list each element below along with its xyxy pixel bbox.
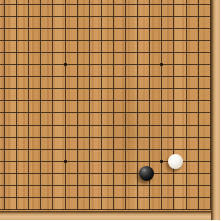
grid-horizontal-line bbox=[0, 137, 211, 138]
grid-vertical-line bbox=[52, 0, 53, 210]
grid-horizontal-line bbox=[0, 16, 211, 17]
grid-horizontal-line bbox=[0, 125, 211, 126]
grid-horizontal-line bbox=[0, 88, 211, 89]
grid-horizontal-line bbox=[0, 149, 211, 150]
star-point bbox=[64, 63, 67, 66]
grid-horizontal-line bbox=[0, 197, 211, 198]
grid-vertical-line bbox=[198, 0, 199, 210]
grid-vertical-line bbox=[161, 0, 162, 210]
grid-horizontal-line bbox=[0, 40, 211, 41]
grid-vertical-line bbox=[77, 0, 78, 210]
star-point bbox=[64, 160, 67, 163]
grid-vertical-line bbox=[89, 0, 90, 210]
grid-vertical-line bbox=[65, 0, 66, 210]
star-point bbox=[160, 160, 163, 163]
grid-horizontal-line bbox=[0, 28, 211, 29]
grid-horizontal-line bbox=[0, 76, 211, 77]
grid-horizontal-line bbox=[0, 112, 211, 113]
grid-vertical-line bbox=[137, 0, 138, 210]
grid-vertical-line bbox=[173, 0, 174, 210]
grid-vertical-line bbox=[40, 0, 41, 210]
star-point bbox=[160, 63, 163, 66]
grid-vertical-line bbox=[186, 0, 187, 210]
go-board[interactable] bbox=[0, 0, 220, 220]
grid-horizontal-line bbox=[0, 4, 211, 5]
board-right-edge bbox=[211, 0, 221, 220]
grid-horizontal-line bbox=[0, 173, 211, 174]
grid-horizontal-line bbox=[0, 185, 211, 186]
grid-vertical-line bbox=[28, 0, 29, 210]
white-stone[interactable] bbox=[168, 154, 183, 169]
grid-vertical-line bbox=[113, 0, 114, 210]
grid-horizontal-line bbox=[0, 64, 211, 65]
grid-horizontal-line bbox=[0, 100, 211, 101]
grid-vertical-line bbox=[101, 0, 102, 210]
board-bottom-edge bbox=[0, 211, 220, 221]
grid-vertical-line bbox=[125, 0, 126, 210]
go-board-screenshot bbox=[0, 0, 220, 220]
grid-vertical-line bbox=[16, 0, 17, 210]
grid-vertical-line bbox=[4, 0, 5, 210]
grid-horizontal-line bbox=[0, 52, 211, 53]
black-stone[interactable] bbox=[139, 166, 154, 181]
